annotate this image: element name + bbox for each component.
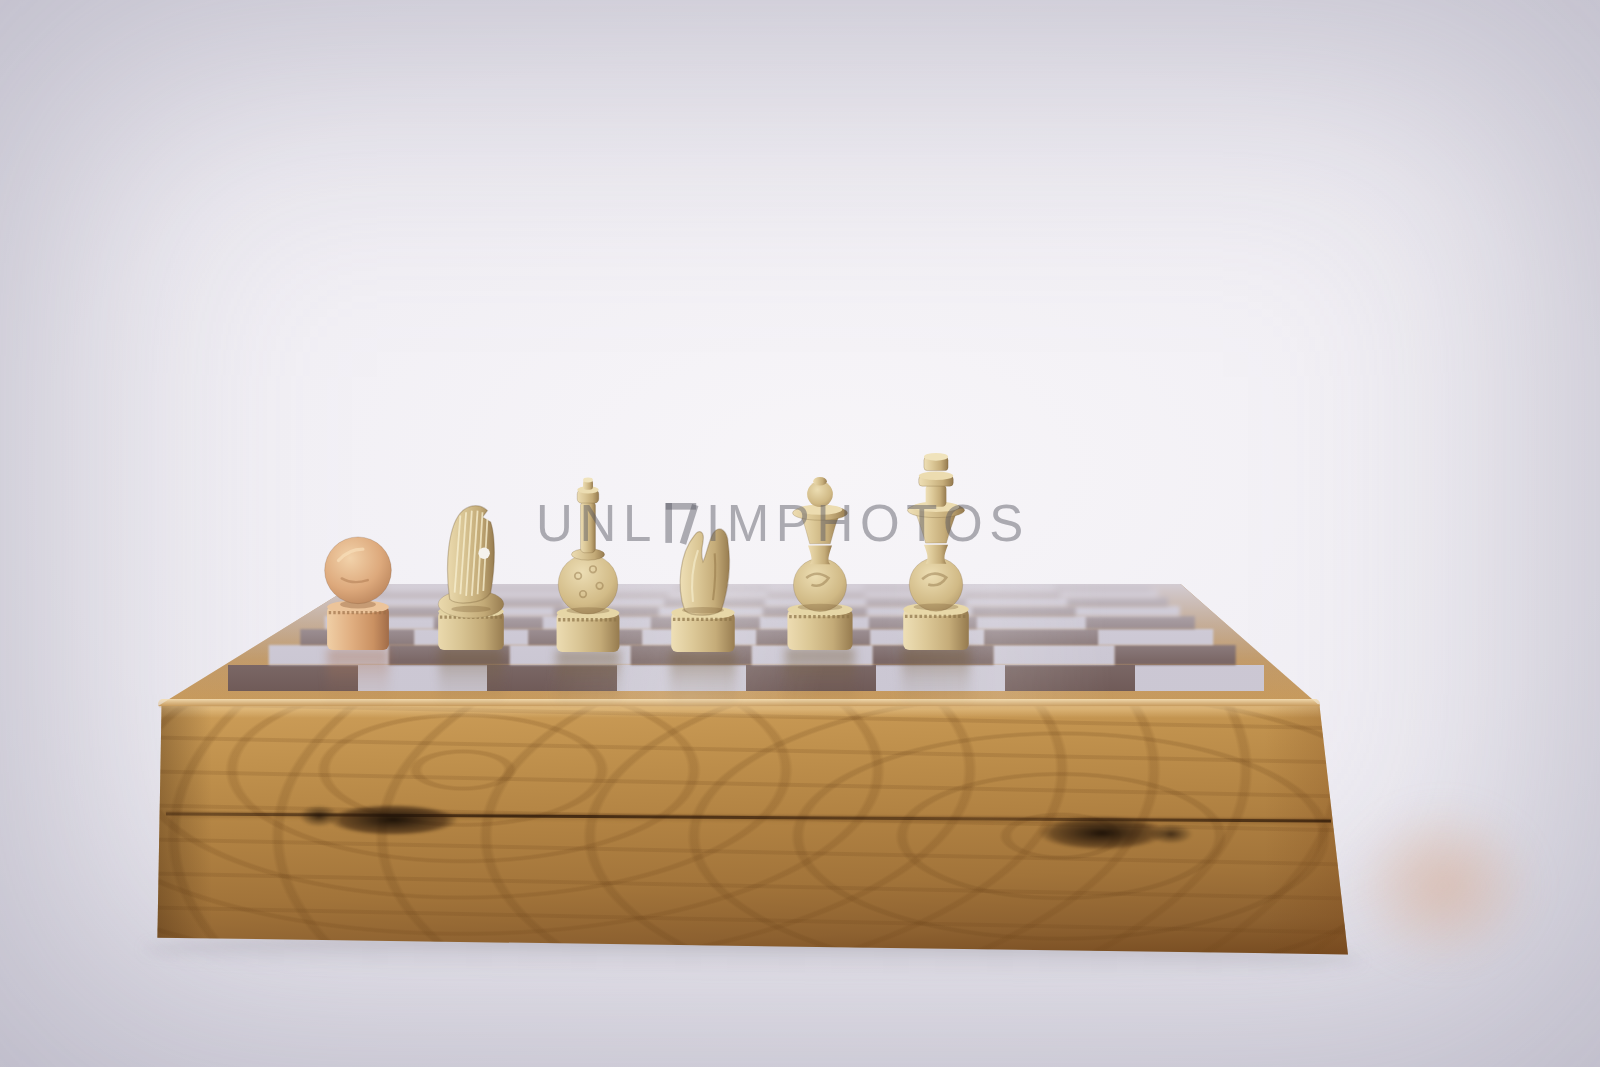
knight-figure <box>429 486 513 650</box>
watermark: UNL IMPHOTOS <box>536 494 1030 553</box>
photo-scene: ♙ ♘ <box>0 0 1600 1067</box>
watermark-prefix: UNL <box>536 494 658 553</box>
king-reflection <box>902 648 970 704</box>
board-square <box>1076 606 1180 617</box>
board-square <box>967 597 1068 606</box>
pawn-reflection <box>327 649 389 705</box>
board-square <box>971 606 1075 617</box>
board-square <box>1099 629 1213 645</box>
board-rank <box>268 645 1235 665</box>
piece-knight: ♘ <box>429 486 513 650</box>
knight-reflection <box>439 648 503 704</box>
board-square <box>985 629 1099 645</box>
board-square <box>994 645 1115 665</box>
piece-pawn: ♙ <box>317 528 399 650</box>
board-square <box>1114 645 1235 665</box>
board-square <box>1086 616 1195 629</box>
hinge-right <box>1027 808 1177 858</box>
queen-reflection <box>785 648 855 704</box>
board-square <box>977 616 1086 629</box>
watermark-logo-icon <box>663 498 701 546</box>
board-square <box>1005 665 1135 691</box>
board-square <box>1055 584 1150 590</box>
board-square <box>1067 597 1168 606</box>
hinge-left <box>317 795 469 843</box>
rook-reflection <box>556 650 620 706</box>
watermark-suffix: IMPHOTOS <box>706 494 1030 553</box>
pawn-figure <box>317 528 399 650</box>
bishop-reflection <box>670 651 735 707</box>
board-square <box>1061 590 1159 597</box>
board-square <box>1135 665 1265 691</box>
box-front-face <box>152 704 1348 958</box>
